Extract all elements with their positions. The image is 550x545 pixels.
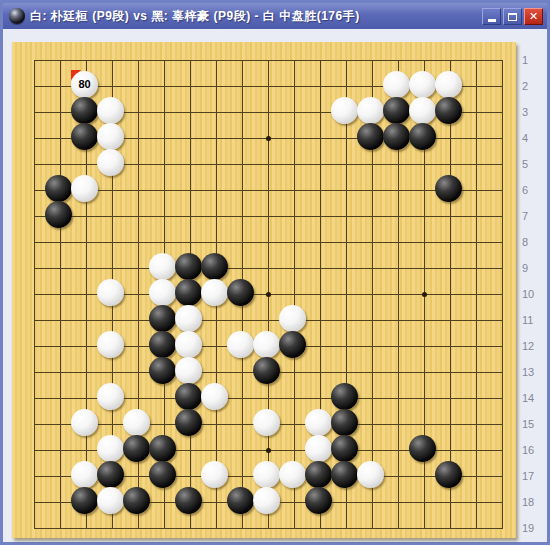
black-stone bbox=[331, 461, 358, 488]
white-stone bbox=[97, 279, 124, 306]
white-stone bbox=[175, 305, 202, 332]
white-stone bbox=[357, 97, 384, 124]
board-grid: 80 bbox=[34, 60, 503, 529]
black-stone bbox=[435, 175, 462, 202]
black-stone bbox=[227, 487, 254, 514]
white-stone bbox=[201, 461, 228, 488]
white-stone bbox=[149, 253, 176, 280]
white-stone bbox=[97, 123, 124, 150]
white-stone bbox=[253, 461, 280, 488]
white-stone bbox=[201, 279, 228, 306]
black-stone bbox=[71, 487, 98, 514]
white-stone-move-80: 80 bbox=[71, 71, 98, 98]
star-point bbox=[422, 292, 427, 297]
white-stone bbox=[253, 487, 280, 514]
row-label-13: 13 bbox=[522, 364, 540, 380]
go-board[interactable]: 80 bbox=[12, 42, 516, 538]
black-stone bbox=[201, 253, 228, 280]
black-stone bbox=[71, 123, 98, 150]
black-stone bbox=[175, 487, 202, 514]
row-label-5: 5 bbox=[522, 156, 540, 172]
row-label-15: 15 bbox=[522, 416, 540, 432]
row-label-18: 18 bbox=[522, 494, 540, 510]
white-stone bbox=[331, 97, 358, 124]
black-stone bbox=[175, 383, 202, 410]
black-stone bbox=[149, 435, 176, 462]
white-stone bbox=[201, 383, 228, 410]
black-stone bbox=[357, 123, 384, 150]
white-stone bbox=[123, 409, 150, 436]
row-label-17: 17 bbox=[522, 468, 540, 484]
white-stone bbox=[149, 279, 176, 306]
black-stone bbox=[175, 279, 202, 306]
black-stone bbox=[409, 123, 436, 150]
minimize-button[interactable] bbox=[482, 8, 501, 25]
black-stone bbox=[149, 305, 176, 332]
white-stone bbox=[71, 175, 98, 202]
star-point bbox=[266, 136, 271, 141]
minimize-icon bbox=[488, 19, 496, 22]
row-label-8: 8 bbox=[522, 234, 540, 250]
black-stone bbox=[97, 461, 124, 488]
black-stone bbox=[45, 201, 72, 228]
white-stone bbox=[357, 461, 384, 488]
go-stone-app-icon bbox=[9, 8, 25, 24]
black-stone bbox=[331, 409, 358, 436]
white-stone bbox=[97, 149, 124, 176]
black-stone bbox=[175, 409, 202, 436]
white-stone bbox=[97, 331, 124, 358]
white-stone bbox=[97, 435, 124, 462]
row-label-19: 19 bbox=[522, 520, 540, 536]
white-stone bbox=[279, 461, 306, 488]
white-stone bbox=[253, 409, 280, 436]
star-point bbox=[266, 448, 271, 453]
window-controls: ✕ bbox=[482, 8, 543, 25]
white-stone bbox=[435, 71, 462, 98]
row-label-9: 9 bbox=[522, 260, 540, 276]
white-stone bbox=[227, 331, 254, 358]
row-label-10: 10 bbox=[522, 286, 540, 302]
black-stone bbox=[253, 357, 280, 384]
close-icon: ✕ bbox=[529, 9, 538, 24]
white-stone bbox=[383, 71, 410, 98]
row-label-11: 11 bbox=[522, 312, 540, 328]
black-stone bbox=[435, 97, 462, 124]
star-point bbox=[266, 292, 271, 297]
black-stone bbox=[305, 487, 332, 514]
row-label-1: 1 bbox=[522, 52, 540, 68]
black-stone bbox=[149, 357, 176, 384]
white-stone bbox=[71, 409, 98, 436]
black-stone bbox=[227, 279, 254, 306]
black-stone bbox=[331, 383, 358, 410]
row-label-7: 7 bbox=[522, 208, 540, 224]
white-stone bbox=[175, 331, 202, 358]
black-stone bbox=[149, 331, 176, 358]
row-label-16: 16 bbox=[522, 442, 540, 458]
row-label-2: 2 bbox=[522, 78, 540, 94]
black-stone bbox=[149, 461, 176, 488]
white-stone bbox=[253, 331, 280, 358]
row-label-4: 4 bbox=[522, 130, 540, 146]
black-stone bbox=[383, 123, 410, 150]
maximize-button[interactable] bbox=[503, 8, 522, 25]
white-stone bbox=[71, 461, 98, 488]
row-label-3: 3 bbox=[522, 104, 540, 120]
white-stone bbox=[305, 409, 332, 436]
black-stone bbox=[435, 461, 462, 488]
black-stone bbox=[279, 331, 306, 358]
white-stone bbox=[409, 71, 436, 98]
black-stone bbox=[305, 461, 332, 488]
black-stone bbox=[123, 487, 150, 514]
title-bar[interactable]: 白: 朴廷桓 (P9段) vs 黑: 辜梓豪 (P9段) - 白 中盘胜(176… bbox=[3, 3, 547, 29]
white-stone bbox=[409, 97, 436, 124]
white-stone bbox=[97, 487, 124, 514]
window-content: 80 12345678910111213141516171819 bbox=[3, 29, 547, 542]
black-stone bbox=[409, 435, 436, 462]
black-stone bbox=[123, 435, 150, 462]
black-stone bbox=[71, 97, 98, 124]
white-stone bbox=[97, 383, 124, 410]
white-stone bbox=[279, 305, 306, 332]
row-label-14: 14 bbox=[522, 390, 540, 406]
close-button[interactable]: ✕ bbox=[524, 8, 543, 25]
window-title: 白: 朴廷桓 (P9段) vs 黑: 辜梓豪 (P9段) - 白 中盘胜(176… bbox=[30, 8, 482, 25]
go-viewer-window: 白: 朴廷桓 (P9段) vs 黑: 辜梓豪 (P9段) - 白 中盘胜(176… bbox=[0, 0, 550, 545]
black-stone bbox=[383, 97, 410, 124]
white-stone bbox=[305, 435, 332, 462]
black-stone bbox=[331, 435, 358, 462]
row-label-12: 12 bbox=[522, 338, 540, 354]
black-stone bbox=[45, 175, 72, 202]
black-stone bbox=[175, 253, 202, 280]
white-stone bbox=[175, 357, 202, 384]
row-label-6: 6 bbox=[522, 182, 540, 198]
white-stone bbox=[97, 97, 124, 124]
maximize-icon bbox=[508, 13, 517, 21]
